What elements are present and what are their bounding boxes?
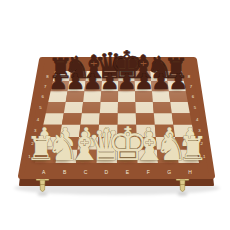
piece-glyph: ♟: [168, 69, 188, 94]
chess-set-photo: ABCDEFGH8877665544332211♜♞♝♛♚♝♞♜♟♟♟♟♟♟♟♟…: [0, 0, 230, 230]
file-label-h: H: [188, 169, 192, 175]
square-c5[interactable]: [82, 102, 101, 113]
square-b5[interactable]: [64, 102, 83, 113]
file-label-g: G: [167, 169, 171, 175]
file-label-c: C: [84, 169, 88, 175]
square-d5[interactable]: [100, 102, 118, 113]
board-svg: ABCDEFGH8877665544332211♜♞♝♛♚♝♞♜♟♟♟♟♟♟♟♟…: [0, 0, 230, 230]
square-e5[interactable]: [118, 102, 136, 113]
square-a5[interactable]: [46, 102, 66, 113]
square-f5[interactable]: [135, 102, 153, 113]
square-h5[interactable]: [170, 102, 189, 113]
square-g5[interactable]: [153, 102, 172, 113]
piece-white-rook-h1[interactable]: ♜: [178, 129, 208, 168]
chess-board: ABCDEFGH8877665544332211♜♞♝♛♚♝♞♜♟♟♟♟♟♟♟♟…: [0, 0, 230, 230]
piece-black-pawn-h7[interactable]: ♟: [168, 69, 188, 94]
piece-glyph: ♜: [178, 129, 208, 168]
